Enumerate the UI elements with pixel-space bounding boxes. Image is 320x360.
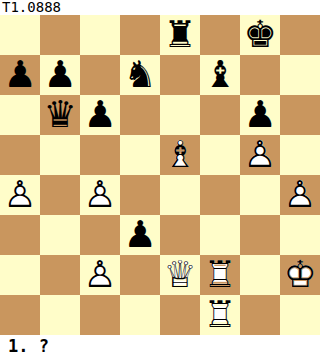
square-h2[interactable]: ♚♔ <box>280 255 320 295</box>
square-e1[interactable] <box>160 295 200 335</box>
piece-black-pawn: ♟ <box>80 95 120 135</box>
square-h5[interactable] <box>280 135 320 175</box>
square-f5[interactable] <box>200 135 240 175</box>
piece-black-king: ♚ <box>240 15 280 55</box>
puzzle-title: T1.0888 <box>2 0 61 15</box>
square-d5[interactable] <box>120 135 160 175</box>
square-a4[interactable]: ♟♙ <box>0 175 40 215</box>
square-c1[interactable] <box>80 295 120 335</box>
square-h8[interactable] <box>280 15 320 55</box>
square-a8[interactable] <box>0 15 40 55</box>
square-a5[interactable] <box>0 135 40 175</box>
square-c6[interactable]: ♟ <box>80 95 120 135</box>
square-f2[interactable]: ♜♖ <box>200 255 240 295</box>
square-b8[interactable] <box>40 15 80 55</box>
square-g1[interactable] <box>240 295 280 335</box>
piece-white-pawn: ♟♙ <box>80 255 120 295</box>
square-c2[interactable]: ♟♙ <box>80 255 120 295</box>
piece-black-knight: ♞ <box>120 55 160 95</box>
square-c7[interactable] <box>80 55 120 95</box>
square-e5[interactable]: ♝♗ <box>160 135 200 175</box>
square-d2[interactable] <box>120 255 160 295</box>
square-f6[interactable] <box>200 95 240 135</box>
square-f4[interactable] <box>200 175 240 215</box>
square-c4[interactable]: ♟♙ <box>80 175 120 215</box>
square-b3[interactable] <box>40 215 80 255</box>
square-d6[interactable] <box>120 95 160 135</box>
square-d4[interactable] <box>120 175 160 215</box>
square-a2[interactable] <box>0 255 40 295</box>
square-h3[interactable] <box>280 215 320 255</box>
square-e7[interactable] <box>160 55 200 95</box>
piece-black-rook: ♜ <box>160 15 200 55</box>
square-g2[interactable] <box>240 255 280 295</box>
piece-white-queen: ♛♕ <box>160 255 200 295</box>
square-h6[interactable] <box>280 95 320 135</box>
square-f7[interactable]: ♝ <box>200 55 240 95</box>
piece-white-bishop: ♝♗ <box>160 135 200 175</box>
square-g4[interactable] <box>240 175 280 215</box>
square-g8[interactable]: ♚ <box>240 15 280 55</box>
square-d7[interactable]: ♞ <box>120 55 160 95</box>
piece-white-pawn: ♟♙ <box>280 175 320 215</box>
square-g5[interactable]: ♟♙ <box>240 135 280 175</box>
piece-white-pawn: ♟♙ <box>240 135 280 175</box>
square-f8[interactable] <box>200 15 240 55</box>
square-c3[interactable] <box>80 215 120 255</box>
piece-black-pawn: ♟ <box>0 55 40 95</box>
square-f1[interactable]: ♜♖ <box>200 295 240 335</box>
chess-board: ♜♚♟♟♞♝♛♟♟♝♗♟♙♟♙♟♙♟♙♟♟♙♛♕♜♖♚♔♜♖ <box>0 15 320 335</box>
square-e8[interactable]: ♜ <box>160 15 200 55</box>
square-e4[interactable] <box>160 175 200 215</box>
square-g6[interactable]: ♟ <box>240 95 280 135</box>
square-g3[interactable] <box>240 215 280 255</box>
square-a7[interactable]: ♟ <box>0 55 40 95</box>
piece-black-queen: ♛ <box>40 95 80 135</box>
square-e6[interactable] <box>160 95 200 135</box>
square-g7[interactable] <box>240 55 280 95</box>
piece-black-pawn: ♟ <box>240 95 280 135</box>
piece-white-rook: ♜♖ <box>200 255 240 295</box>
square-c8[interactable] <box>80 15 120 55</box>
square-b6[interactable]: ♛ <box>40 95 80 135</box>
square-b2[interactable] <box>40 255 80 295</box>
piece-white-rook: ♜♖ <box>200 295 240 335</box>
square-b1[interactable] <box>40 295 80 335</box>
piece-black-pawn: ♟ <box>40 55 80 95</box>
square-b4[interactable] <box>40 175 80 215</box>
piece-black-pawn: ♟ <box>120 215 160 255</box>
piece-white-king: ♚♔ <box>280 255 320 295</box>
square-b7[interactable]: ♟ <box>40 55 80 95</box>
square-e2[interactable]: ♛♕ <box>160 255 200 295</box>
square-h1[interactable] <box>280 295 320 335</box>
square-d3[interactable]: ♟ <box>120 215 160 255</box>
square-d8[interactable] <box>120 15 160 55</box>
square-e3[interactable] <box>160 215 200 255</box>
piece-black-bishop: ♝ <box>200 55 240 95</box>
piece-white-pawn: ♟♙ <box>0 175 40 215</box>
square-d1[interactable] <box>120 295 160 335</box>
square-f3[interactable] <box>200 215 240 255</box>
square-b5[interactable] <box>40 135 80 175</box>
square-c5[interactable] <box>80 135 120 175</box>
piece-white-pawn: ♟♙ <box>80 175 120 215</box>
square-h4[interactable]: ♟♙ <box>280 175 320 215</box>
square-a1[interactable] <box>0 295 40 335</box>
square-a6[interactable] <box>0 95 40 135</box>
square-h7[interactable] <box>280 55 320 95</box>
square-a3[interactable] <box>0 215 40 255</box>
move-prompt: 1. ? <box>8 336 49 356</box>
